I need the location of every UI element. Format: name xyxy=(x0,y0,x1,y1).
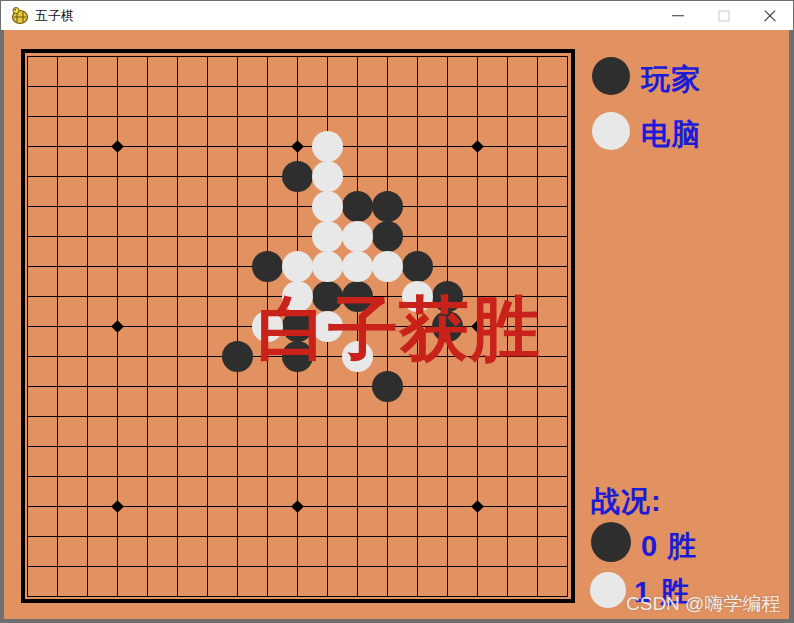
player-black-stone-icon xyxy=(592,57,630,95)
star-point xyxy=(111,500,124,513)
white-stone xyxy=(342,251,373,282)
black-score: 0 胜 xyxy=(641,527,697,567)
player-label: 玩家 xyxy=(641,60,701,100)
black-stone xyxy=(222,341,253,372)
score-black-stone-icon xyxy=(591,522,631,562)
black-stone xyxy=(402,251,433,282)
window-title: 五子棋 xyxy=(35,1,74,30)
white-stone xyxy=(342,221,373,252)
black-stone xyxy=(342,191,373,222)
window-controls xyxy=(655,1,793,30)
computer-label: 电脑 xyxy=(641,115,701,155)
white-stone xyxy=(312,161,343,192)
watermark: CSDN @嗨学编程 xyxy=(626,591,780,617)
maximize-button[interactable] xyxy=(701,1,747,30)
star-point xyxy=(471,500,484,513)
score-white-stone-icon xyxy=(590,572,626,608)
white-stone xyxy=(372,251,403,282)
score-header: 战况: xyxy=(591,482,662,522)
white-stone xyxy=(312,191,343,222)
minimize-icon xyxy=(672,15,684,17)
white-stone xyxy=(312,131,343,162)
win-message: 白子获胜 xyxy=(257,283,541,377)
star-point xyxy=(471,140,484,153)
black-stone xyxy=(252,251,283,282)
white-stone xyxy=(282,251,313,282)
star-point xyxy=(291,140,304,153)
app-icon xyxy=(10,6,29,25)
minimize-button[interactable] xyxy=(655,1,701,30)
close-button[interactable] xyxy=(747,1,793,30)
white-stone xyxy=(312,251,343,282)
maximize-icon xyxy=(719,10,730,21)
black-stone xyxy=(372,191,403,222)
black-stone xyxy=(372,221,403,252)
star-point xyxy=(111,320,124,333)
title-bar: 五子棋 xyxy=(1,1,793,30)
black-stone xyxy=(282,161,313,192)
star-point xyxy=(291,500,304,513)
gomoku-window: 五子棋 白子获胜 玩家 电脑 战况: 0 胜 1 胜 CSDN @嗨学编程 xyxy=(0,0,794,623)
computer-white-stone-icon xyxy=(592,112,630,150)
white-stone xyxy=(312,221,343,252)
star-point xyxy=(111,140,124,153)
